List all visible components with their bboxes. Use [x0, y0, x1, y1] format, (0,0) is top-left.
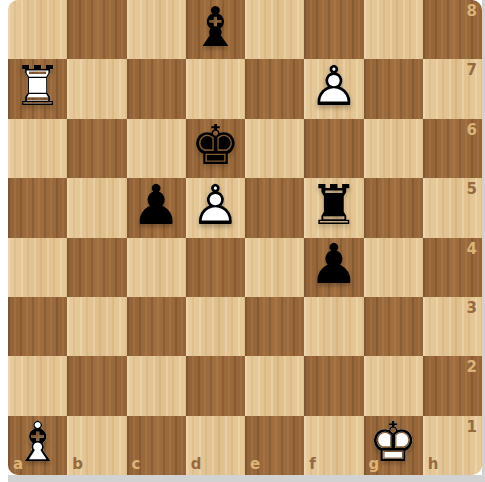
square-e7[interactable] — [245, 59, 304, 118]
king-glyph-fill: ♚ — [191, 119, 240, 174]
rook-glyph-fill: ♜ — [309, 178, 358, 233]
bottom-margin — [8, 475, 485, 482]
square-g3[interactable] — [364, 297, 423, 356]
square-f2[interactable] — [304, 356, 363, 415]
square-h5[interactable]: 5 — [423, 178, 482, 237]
square-b7[interactable] — [67, 59, 126, 118]
square-e8[interactable] — [245, 0, 304, 59]
square-h4[interactable]: 4 — [423, 238, 482, 297]
square-a7[interactable]: ♜♖ — [8, 59, 67, 118]
piece-black-rook-f5[interactable]: ♜ — [304, 178, 363, 237]
square-d8[interactable]: ♝ — [186, 0, 245, 59]
square-c7[interactable] — [127, 59, 186, 118]
coord-rank-3: 3 — [467, 301, 477, 316]
square-d5[interactable]: ♟♙ — [186, 178, 245, 237]
square-e6[interactable] — [245, 119, 304, 178]
coord-rank-1: 1 — [467, 420, 477, 435]
square-b3[interactable] — [67, 297, 126, 356]
square-b5[interactable] — [67, 178, 126, 237]
square-d7[interactable] — [186, 59, 245, 118]
square-g6[interactable] — [364, 119, 423, 178]
piece-white-pawn-d5[interactable]: ♟♙ — [186, 178, 245, 237]
square-b8[interactable] — [67, 0, 126, 59]
piece-white-bishop-a1[interactable]: ♝♗ — [8, 416, 67, 475]
square-c3[interactable] — [127, 297, 186, 356]
piece-white-pawn-f7[interactable]: ♟♙ — [304, 59, 363, 118]
chess-board: ♝8♜♖♟♙7♚6♟♟♙♜5♟432a♝♗bcdefg♚♔1h — [8, 0, 482, 475]
piece-black-pawn-c5[interactable]: ♟ — [127, 178, 186, 237]
square-d6[interactable]: ♚ — [186, 119, 245, 178]
square-h6[interactable]: 6 — [423, 119, 482, 178]
pawn-glyph-outline: ♙ — [309, 59, 358, 114]
square-c2[interactable] — [127, 356, 186, 415]
square-a6[interactable] — [8, 119, 67, 178]
square-c8[interactable] — [127, 0, 186, 59]
square-e4[interactable] — [245, 238, 304, 297]
piece-black-king-d6[interactable]: ♚ — [186, 119, 245, 178]
piece-white-king-g1[interactable]: ♚♔ — [364, 416, 423, 475]
coord-file-c: c — [132, 457, 141, 472]
square-f3[interactable] — [304, 297, 363, 356]
square-f6[interactable] — [304, 119, 363, 178]
square-f5[interactable]: ♜ — [304, 178, 363, 237]
square-b6[interactable] — [67, 119, 126, 178]
pawn-glyph-fill: ♟ — [131, 178, 180, 233]
square-a2[interactable] — [8, 356, 67, 415]
coord-rank-5: 5 — [467, 182, 477, 197]
square-a4[interactable] — [8, 238, 67, 297]
square-e2[interactable] — [245, 356, 304, 415]
rook-glyph-outline: ♖ — [13, 59, 62, 114]
square-a3[interactable] — [8, 297, 67, 356]
square-h7[interactable]: 7 — [423, 59, 482, 118]
square-a8[interactable] — [8, 0, 67, 59]
coord-rank-4: 4 — [467, 242, 477, 257]
square-e5[interactable] — [245, 178, 304, 237]
coord-rank-7: 7 — [467, 63, 477, 78]
square-g8[interactable] — [364, 0, 423, 59]
square-f8[interactable] — [304, 0, 363, 59]
coord-file-e: e — [250, 457, 260, 472]
square-b2[interactable] — [67, 356, 126, 415]
bishop-glyph-fill: ♝ — [191, 0, 240, 55]
square-c1[interactable]: c — [127, 416, 186, 475]
piece-black-bishop-d8[interactable]: ♝ — [186, 0, 245, 59]
bishop-glyph-outline: ♗ — [13, 416, 62, 471]
square-d1[interactable]: d — [186, 416, 245, 475]
coord-rank-8: 8 — [467, 4, 477, 19]
piece-black-pawn-f4[interactable]: ♟ — [304, 238, 363, 297]
square-h3[interactable]: 3 — [423, 297, 482, 356]
page-background: ♝8♜♖♟♙7♚6♟♟♙♜5♟432a♝♗bcdefg♚♔1h — [0, 0, 485, 482]
square-a5[interactable] — [8, 178, 67, 237]
square-b4[interactable] — [67, 238, 126, 297]
square-f4[interactable]: ♟ — [304, 238, 363, 297]
pawn-glyph-outline: ♙ — [191, 178, 240, 233]
square-b1[interactable]: b — [67, 416, 126, 475]
pawn-glyph-fill: ♟ — [309, 237, 358, 292]
square-a1[interactable]: a♝♗ — [8, 416, 67, 475]
square-g5[interactable] — [364, 178, 423, 237]
square-c5[interactable]: ♟ — [127, 178, 186, 237]
coord-rank-2: 2 — [467, 360, 477, 375]
square-e1[interactable]: e — [245, 416, 304, 475]
coord-file-b: b — [72, 457, 83, 472]
square-f7[interactable]: ♟♙ — [304, 59, 363, 118]
square-h2[interactable]: 2 — [423, 356, 482, 415]
square-g4[interactable] — [364, 238, 423, 297]
square-h8[interactable]: 8 — [423, 0, 482, 59]
king-glyph-outline: ♔ — [368, 416, 417, 471]
square-c4[interactable] — [127, 238, 186, 297]
square-f1[interactable]: f — [304, 416, 363, 475]
coord-rank-6: 6 — [467, 123, 477, 138]
square-g1[interactable]: g♚♔ — [364, 416, 423, 475]
square-e3[interactable] — [245, 297, 304, 356]
coord-file-d: d — [191, 457, 202, 472]
coord-file-f: f — [309, 457, 316, 472]
square-d3[interactable] — [186, 297, 245, 356]
square-h1[interactable]: 1h — [423, 416, 482, 475]
square-d4[interactable] — [186, 238, 245, 297]
piece-white-rook-a7[interactable]: ♜♖ — [8, 59, 67, 118]
square-c6[interactable] — [127, 119, 186, 178]
coord-file-h: h — [428, 457, 439, 472]
square-d2[interactable] — [186, 356, 245, 415]
square-g2[interactable] — [364, 356, 423, 415]
square-g7[interactable] — [364, 59, 423, 118]
